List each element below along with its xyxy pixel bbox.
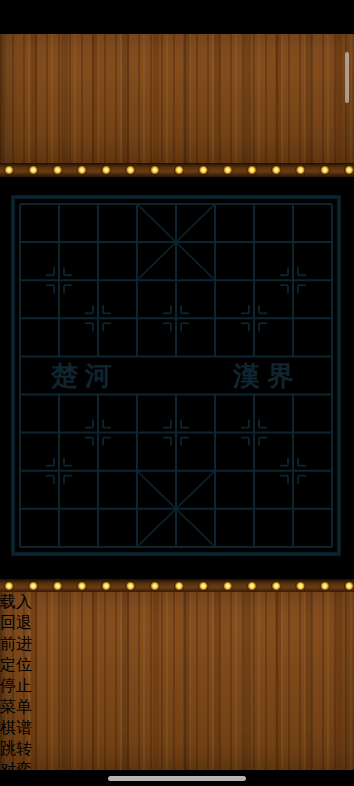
notation-button[interactable]: 棋谱 bbox=[0, 718, 354, 739]
forward-button[interactable]: 前进 bbox=[0, 634, 354, 655]
undo-button[interactable]: 回退 bbox=[0, 613, 354, 634]
board-grid: 楚河漢界 bbox=[0, 177, 354, 579]
stop-button[interactable]: 停止 bbox=[0, 676, 354, 697]
menu-button[interactable]: 菜单 bbox=[0, 697, 354, 718]
app-screen: 楚河漢界 象士将士象車砲炮車車馬砲馬卒卒卒車卒兵兵兵兵馬炮馬相仕帥仕相 载入 回… bbox=[0, 0, 354, 786]
toolbar-row-1: 载入 回退 前进 定位 停止 bbox=[0, 592, 354, 697]
wood-background-top bbox=[0, 34, 354, 163]
home-indicator[interactable] bbox=[108, 776, 246, 781]
xiangqi-board[interactable]: 楚河漢界 象士将士象車砲炮車車馬砲馬卒卒卒車卒兵兵兵兵馬炮馬相仕帥仕相 bbox=[0, 177, 354, 579]
rivet-strip-bottom bbox=[0, 579, 354, 593]
load-button[interactable]: 载入 bbox=[0, 592, 354, 613]
rivet-strip-top bbox=[0, 163, 354, 177]
scrollbar-thumb[interactable] bbox=[345, 52, 349, 103]
jump-button[interactable]: 跳转 bbox=[0, 739, 354, 760]
wood-background-bottom: 载入 回退 前进 定位 停止 菜单 棋谱 跳转 对弈 返回 bbox=[0, 592, 354, 770]
river-label-left: 楚河 bbox=[50, 360, 119, 391]
navigation-bar bbox=[0, 770, 354, 786]
status-bar bbox=[0, 0, 354, 34]
locate-button[interactable]: 定位 bbox=[0, 655, 354, 676]
river-label-right: 漢界 bbox=[232, 360, 301, 391]
